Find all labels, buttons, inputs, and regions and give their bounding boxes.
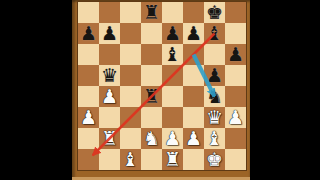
square-g2[interactable]: ♝ xyxy=(204,128,225,149)
square-f3[interactable] xyxy=(183,107,204,128)
square-e8[interactable] xyxy=(162,2,183,23)
piece-black-rook[interactable]: ♜ xyxy=(141,2,162,23)
piece-black-queen[interactable]: ♛ xyxy=(99,65,120,86)
chess-board[interactable]: ♜♚♟♟♟♟♝♝♟♛♟♟♜♞♟♛♟♜♞♟♟♝♝♜♚ xyxy=(78,2,246,170)
piece-white-king[interactable]: ♚ xyxy=(204,149,225,170)
piece-white-pawn[interactable]: ♟ xyxy=(162,128,183,149)
square-h7[interactable] xyxy=(225,23,246,44)
square-h4[interactable] xyxy=(225,86,246,107)
piece-black-pawn[interactable]: ♟ xyxy=(162,23,183,44)
piece-black-pawn[interactable]: ♟ xyxy=(204,65,225,86)
piece-white-pawn[interactable]: ♟ xyxy=(99,86,120,107)
piece-white-knight[interactable]: ♞ xyxy=(141,128,162,149)
piece-white-pawn[interactable]: ♟ xyxy=(225,107,246,128)
square-a5[interactable] xyxy=(78,65,99,86)
square-h1[interactable] xyxy=(225,149,246,170)
square-b1[interactable] xyxy=(99,149,120,170)
square-b7[interactable]: ♟ xyxy=(99,23,120,44)
square-d1[interactable] xyxy=(141,149,162,170)
square-d4[interactable]: ♜ xyxy=(141,86,162,107)
piece-white-rook[interactable]: ♜ xyxy=(162,149,183,170)
square-a8[interactable] xyxy=(78,2,99,23)
square-g5[interactable]: ♟ xyxy=(204,65,225,86)
square-f6[interactable] xyxy=(183,44,204,65)
square-b8[interactable] xyxy=(99,2,120,23)
piece-black-pawn[interactable]: ♟ xyxy=(183,23,204,44)
square-f1[interactable] xyxy=(183,149,204,170)
square-g7[interactable]: ♝ xyxy=(204,23,225,44)
square-c7[interactable] xyxy=(120,23,141,44)
square-d2[interactable]: ♞ xyxy=(141,128,162,149)
chess-app-screenshot: ♜♚♟♟♟♟♝♝♟♛♟♟♜♞♟♛♟♜♞♟♟♝♝♜♚ xyxy=(0,0,320,180)
piece-white-rook[interactable]: ♜ xyxy=(99,128,120,149)
square-a1[interactable] xyxy=(78,149,99,170)
square-f2[interactable]: ♟ xyxy=(183,128,204,149)
piece-black-bishop[interactable]: ♝ xyxy=(204,23,225,44)
square-d7[interactable] xyxy=(141,23,162,44)
square-b4[interactable]: ♟ xyxy=(99,86,120,107)
square-c1[interactable]: ♝ xyxy=(120,149,141,170)
square-g4[interactable]: ♞ xyxy=(204,86,225,107)
square-b6[interactable] xyxy=(99,44,120,65)
square-h6[interactable]: ♟ xyxy=(225,44,246,65)
piece-black-pawn[interactable]: ♟ xyxy=(78,23,99,44)
square-f7[interactable]: ♟ xyxy=(183,23,204,44)
square-c8[interactable] xyxy=(120,2,141,23)
piece-black-pawn[interactable]: ♟ xyxy=(99,23,120,44)
square-e2[interactable]: ♟ xyxy=(162,128,183,149)
square-h2[interactable] xyxy=(225,128,246,149)
square-c2[interactable] xyxy=(120,128,141,149)
piece-black-bishop[interactable]: ♝ xyxy=(162,44,183,65)
square-b2[interactable]: ♜ xyxy=(99,128,120,149)
piece-white-bishop[interactable]: ♝ xyxy=(204,128,225,149)
square-g8[interactable]: ♚ xyxy=(204,2,225,23)
square-d3[interactable] xyxy=(141,107,162,128)
square-h5[interactable] xyxy=(225,65,246,86)
square-g3[interactable]: ♛ xyxy=(204,107,225,128)
square-e7[interactable]: ♟ xyxy=(162,23,183,44)
square-e5[interactable] xyxy=(162,65,183,86)
board-frame: ♜♚♟♟♟♟♝♝♟♛♟♟♜♞♟♛♟♜♞♟♟♝♝♜♚ xyxy=(72,0,250,180)
piece-black-rook[interactable]: ♜ xyxy=(141,86,162,107)
square-g6[interactable] xyxy=(204,44,225,65)
square-f5[interactable] xyxy=(183,65,204,86)
square-f8[interactable] xyxy=(183,2,204,23)
piece-white-bishop[interactable]: ♝ xyxy=(120,149,141,170)
square-a7[interactable]: ♟ xyxy=(78,23,99,44)
piece-black-knight[interactable]: ♞ xyxy=(204,86,225,107)
square-b3[interactable] xyxy=(99,107,120,128)
square-a6[interactable] xyxy=(78,44,99,65)
square-a4[interactable] xyxy=(78,86,99,107)
square-e3[interactable] xyxy=(162,107,183,128)
square-h8[interactable] xyxy=(225,2,246,23)
square-c4[interactable] xyxy=(120,86,141,107)
square-a2[interactable] xyxy=(78,128,99,149)
square-d8[interactable]: ♜ xyxy=(141,2,162,23)
piece-black-king[interactable]: ♚ xyxy=(204,2,225,23)
square-d5[interactable] xyxy=(141,65,162,86)
piece-white-pawn[interactable]: ♟ xyxy=(78,107,99,128)
square-a3[interactable]: ♟ xyxy=(78,107,99,128)
left-black-bar xyxy=(0,0,72,180)
square-c3[interactable] xyxy=(120,107,141,128)
square-d6[interactable] xyxy=(141,44,162,65)
square-e4[interactable] xyxy=(162,86,183,107)
square-h3[interactable]: ♟ xyxy=(225,107,246,128)
square-e6[interactable]: ♝ xyxy=(162,44,183,65)
piece-white-queen[interactable]: ♛ xyxy=(204,107,225,128)
square-b5[interactable]: ♛ xyxy=(99,65,120,86)
square-f4[interactable] xyxy=(183,86,204,107)
square-g1[interactable]: ♚ xyxy=(204,149,225,170)
piece-black-pawn[interactable]: ♟ xyxy=(225,44,246,65)
square-e1[interactable]: ♜ xyxy=(162,149,183,170)
piece-white-pawn[interactable]: ♟ xyxy=(183,128,204,149)
right-black-bar xyxy=(250,0,320,180)
square-c6[interactable] xyxy=(120,44,141,65)
square-c5[interactable] xyxy=(120,65,141,86)
